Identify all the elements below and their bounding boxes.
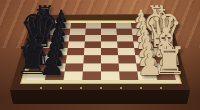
chess-photo-scene: ♜♞♝♛♚♝♞♜♟♟♟♟♟♟♟♟♟♟♟♟♟♟♟♟♜♞♝♛♚♝♞♜ xyxy=(0,0,200,110)
piece-white-rook-a1[interactable]: ♜ xyxy=(153,42,187,80)
pieces-layer: ♜♞♝♛♚♝♞♜♟♟♟♟♟♟♟♟♟♟♟♟♟♟♟♟♜♞♝♛♚♝♞♜ xyxy=(0,0,200,110)
piece-black-pawn-a7[interactable]: ♟ xyxy=(39,50,66,80)
